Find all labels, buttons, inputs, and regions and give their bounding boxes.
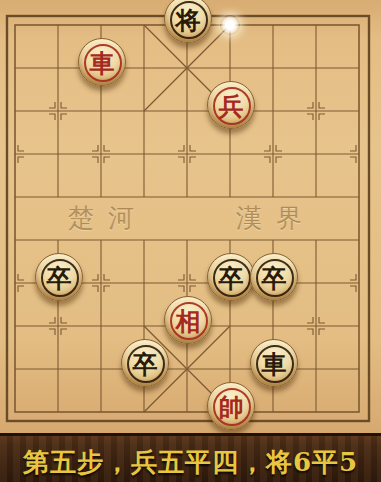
red-general[interactable]: 帥 <box>207 382 255 430</box>
piece-glyph: 車 <box>90 51 115 76</box>
piece-glyph: 卒 <box>262 266 287 291</box>
black-soldier[interactable]: 卒 <box>207 253 255 301</box>
piece-glyph: 兵 <box>219 94 244 119</box>
piece-glyph: 卒 <box>47 266 72 291</box>
move-caption: 第五步，兵五平四，将6平5 <box>23 445 358 480</box>
red-elephant[interactable]: 相 <box>164 296 212 344</box>
last-move-marker <box>220 15 240 35</box>
piece-glyph: 相 <box>176 309 201 334</box>
status-bar: 第五步，兵五平四，将6平5 <box>0 433 381 482</box>
black-chariot[interactable]: 車 <box>250 339 298 387</box>
piece-glyph: 将 <box>176 8 201 33</box>
piece-glyph: 車 <box>262 352 287 377</box>
black-soldier[interactable]: 卒 <box>35 253 83 301</box>
xiangqi-app: 楚河 漢界 将車兵卒卒卒相卒車帥 第五步，兵五平四，将6平5 <box>0 0 381 482</box>
piece-glyph: 卒 <box>219 266 244 291</box>
black-soldier[interactable]: 卒 <box>250 253 298 301</box>
red-chariot[interactable]: 車 <box>78 38 126 86</box>
river-label-right: 漢界 <box>206 201 346 236</box>
red-soldier[interactable]: 兵 <box>207 81 255 129</box>
river-label-left: 楚河 <box>38 201 178 236</box>
piece-glyph: 帥 <box>219 395 244 420</box>
piece-glyph: 卒 <box>133 352 158 377</box>
black-soldier[interactable]: 卒 <box>121 339 169 387</box>
